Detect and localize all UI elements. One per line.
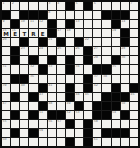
cell-r10c4[interactable] bbox=[29, 84, 37, 92]
cell-r3c15[interactable] bbox=[130, 20, 138, 28]
cell-r6c1[interactable] bbox=[2, 47, 10, 55]
cell-letter: E bbox=[11, 31, 19, 37]
black-cell-r12c13 bbox=[112, 102, 120, 110]
black-cell-r13c11 bbox=[93, 111, 101, 119]
cell-r1c3[interactable] bbox=[20, 2, 28, 10]
black-cell-r5c14 bbox=[121, 38, 129, 46]
cell-r9c7[interactable] bbox=[57, 75, 65, 83]
cell-r4c9[interactable] bbox=[75, 29, 83, 37]
cell-r3c7[interactable] bbox=[57, 20, 65, 28]
cell-r11c10[interactable]: 45 bbox=[84, 93, 92, 101]
cell-r3c5[interactable]: 12 bbox=[39, 20, 47, 28]
cell-r16c3[interactable] bbox=[20, 138, 28, 146]
clue-number: 23 bbox=[21, 47, 25, 51]
black-cell-r7c6 bbox=[48, 56, 56, 64]
cell-r16c14[interactable] bbox=[121, 138, 129, 146]
cell-r1c5[interactable] bbox=[39, 2, 47, 10]
cell-r4c13[interactable]: 19 bbox=[112, 29, 120, 37]
clue-number: 46 bbox=[130, 93, 134, 97]
cell-r1c6[interactable]: 3 bbox=[48, 2, 56, 10]
cell-r13c5[interactable]: 51 bbox=[39, 111, 47, 119]
cell-r14c7[interactable]: 57 bbox=[57, 120, 65, 128]
black-cell-r8c8 bbox=[66, 65, 74, 73]
cell-r16c5[interactable] bbox=[39, 138, 47, 146]
black-cell-r2c12 bbox=[102, 11, 110, 19]
black-cell-r1c8 bbox=[66, 2, 74, 10]
black-cell-r4c6 bbox=[48, 29, 56, 37]
black-cell-r5c9 bbox=[75, 38, 83, 46]
cell-r6c7[interactable]: 25 bbox=[57, 47, 65, 55]
cell-r6c3[interactable]: 23 bbox=[20, 47, 28, 55]
black-cell-r15c12 bbox=[102, 129, 110, 137]
cell-r9c9[interactable] bbox=[75, 75, 83, 83]
cell-r12c10[interactable] bbox=[84, 102, 92, 110]
black-cell-r7c2 bbox=[11, 56, 19, 64]
cell-r8c3[interactable] bbox=[20, 65, 28, 73]
clue-number: 56 bbox=[48, 120, 52, 124]
cell-r14c11[interactable]: 58 bbox=[93, 120, 101, 128]
cell-r5c10[interactable]: 22 bbox=[84, 38, 92, 46]
cell-r6c4[interactable] bbox=[29, 47, 37, 55]
cell-r7c12[interactable] bbox=[102, 56, 110, 64]
cell-r14c12[interactable] bbox=[102, 120, 110, 128]
black-cell-r6c10 bbox=[84, 47, 92, 55]
cell-r3c9[interactable]: 13 bbox=[75, 20, 83, 28]
clue-number: 30 bbox=[121, 56, 125, 60]
cell-r6c12[interactable] bbox=[102, 47, 110, 55]
cell-r12c15[interactable] bbox=[130, 102, 138, 110]
black-cell-r15c13 bbox=[112, 129, 120, 137]
cell-r10c2[interactable] bbox=[11, 84, 19, 92]
black-cell-r11c8 bbox=[66, 93, 74, 101]
cell-r8c6[interactable]: 33 bbox=[48, 65, 56, 73]
black-cell-r13c7 bbox=[57, 111, 65, 119]
cell-r1c15[interactable]: 7 bbox=[130, 2, 138, 10]
black-cell-r2c14 bbox=[121, 11, 129, 19]
cell-r13c1[interactable] bbox=[2, 111, 10, 119]
clue-number: 47 bbox=[3, 102, 7, 106]
cell-r2c9[interactable] bbox=[75, 11, 83, 19]
clue-number: 60 bbox=[3, 138, 7, 142]
clue-number: 7 bbox=[130, 2, 132, 6]
cell-r5c6[interactable]: 21 bbox=[48, 38, 56, 46]
clue-number: 58 bbox=[94, 120, 98, 124]
clue-number: 2 bbox=[12, 2, 14, 6]
cell-r13c15[interactable] bbox=[130, 111, 138, 119]
black-cell-r10c5 bbox=[39, 84, 47, 92]
black-cell-r13c4 bbox=[29, 111, 37, 119]
cell-r1c9[interactable]: 5 bbox=[75, 2, 83, 10]
black-cell-r5c5 bbox=[39, 38, 47, 46]
cell-r13c10[interactable] bbox=[84, 111, 92, 119]
clue-number: 10 bbox=[21, 20, 25, 24]
black-cell-r7c4 bbox=[29, 56, 37, 64]
cell-r12c3[interactable] bbox=[20, 102, 28, 110]
cell-r15c5[interactable]: 59 bbox=[39, 129, 47, 137]
black-cell-r10c15 bbox=[130, 84, 138, 92]
cell-r5c15[interactable] bbox=[130, 38, 138, 46]
cell-r10c11[interactable]: 42 bbox=[93, 84, 101, 92]
black-cell-r15c10 bbox=[84, 129, 92, 137]
cell-r6c15[interactable] bbox=[130, 47, 138, 55]
cell-r1c7[interactable]: 4 bbox=[57, 2, 65, 10]
cell-r2c15[interactable] bbox=[130, 11, 138, 19]
cell-r16c7[interactable] bbox=[57, 138, 65, 146]
cell-r1c2[interactable]: 2 bbox=[11, 2, 19, 10]
black-cell-r2c1 bbox=[2, 11, 10, 19]
cell-r7c9[interactable] bbox=[75, 56, 83, 64]
cell-r12c7[interactable] bbox=[57, 102, 65, 110]
cell-r3c10[interactable] bbox=[84, 20, 92, 28]
black-cell-r15c4 bbox=[29, 129, 37, 137]
cell-r8c14[interactable] bbox=[121, 65, 129, 73]
black-cell-r13c12 bbox=[102, 111, 110, 119]
cell-r15c15[interactable] bbox=[130, 129, 138, 137]
cell-r7c5[interactable] bbox=[39, 56, 47, 64]
cell-r10c12[interactable] bbox=[102, 84, 110, 92]
cell-r16c11[interactable]: 61 bbox=[93, 138, 101, 146]
clue-number: 41 bbox=[48, 84, 52, 88]
cell-r7c15[interactable] bbox=[130, 56, 138, 64]
cell-r4c10[interactable] bbox=[84, 29, 92, 37]
cell-r5c13[interactable] bbox=[112, 38, 120, 46]
cell-r12c14[interactable]: 50 bbox=[121, 102, 129, 110]
black-cell-r13c14 bbox=[121, 111, 129, 119]
clue-number: 51 bbox=[39, 111, 43, 115]
cell-r15c3[interactable] bbox=[20, 129, 28, 137]
cell-r2c11[interactable] bbox=[93, 11, 101, 19]
cell-r8c2[interactable] bbox=[11, 65, 19, 73]
clue-number: 38 bbox=[103, 75, 107, 79]
cell-r9c4[interactable]: 36 bbox=[29, 75, 37, 83]
black-cell-r14c10 bbox=[84, 120, 92, 128]
cell-r4c11[interactable] bbox=[93, 29, 101, 37]
cell-r14c9[interactable] bbox=[75, 120, 83, 128]
cell-r13c9[interactable]: 53 bbox=[75, 111, 83, 119]
clue-number: 3 bbox=[48, 2, 50, 6]
black-cell-r8c11 bbox=[93, 65, 101, 73]
cell-r2c10[interactable] bbox=[84, 11, 92, 19]
cell-r3c3[interactable]: 10 bbox=[20, 20, 28, 28]
cell-r12c4[interactable] bbox=[29, 102, 37, 110]
cell-r1c12[interactable] bbox=[102, 2, 110, 10]
cell-r7c3[interactable] bbox=[20, 56, 28, 64]
clue-number: 9 bbox=[3, 20, 5, 24]
cell-r3c1[interactable]: 9 bbox=[2, 20, 10, 28]
black-cell-r10c8 bbox=[66, 84, 74, 92]
cell-r5c8[interactable] bbox=[66, 38, 74, 46]
cell-letter: M bbox=[2, 31, 10, 37]
clue-number: 45 bbox=[85, 93, 89, 97]
cell-r4c1[interactable]: 15M bbox=[2, 29, 10, 37]
black-cell-r15c2 bbox=[11, 129, 19, 137]
clue-number: 35 bbox=[112, 65, 116, 69]
clue-number: 52 bbox=[66, 111, 70, 115]
clue-number: 25 bbox=[57, 47, 61, 51]
clue-number: 33 bbox=[48, 65, 52, 69]
black-cell-r5c3 bbox=[20, 38, 28, 46]
clue-number: 36 bbox=[30, 75, 34, 79]
black-cell-r16c10 bbox=[84, 138, 92, 146]
black-cell-r11c13 bbox=[112, 93, 120, 101]
cell-r7c11[interactable]: 29 bbox=[93, 56, 101, 64]
cell-r6c9[interactable]: 26 bbox=[75, 47, 83, 55]
clue-number: 19 bbox=[112, 29, 116, 33]
cell-r9c13[interactable] bbox=[112, 75, 120, 83]
cell-r2c8[interactable] bbox=[66, 11, 74, 19]
cell-r16c13[interactable] bbox=[112, 138, 120, 146]
black-cell-r16c8 bbox=[66, 138, 74, 146]
clue-number: 61 bbox=[94, 138, 98, 142]
black-cell-r13c2 bbox=[11, 111, 19, 119]
black-cell-r6c2 bbox=[11, 47, 19, 55]
cell-letter: E bbox=[39, 31, 47, 37]
cell-r8c9[interactable]: 34 bbox=[75, 65, 83, 73]
cell-r3c4[interactable]: 11 bbox=[29, 20, 37, 28]
black-cell-r3c6 bbox=[48, 20, 56, 28]
clue-number: 34 bbox=[76, 65, 80, 69]
clue-number: 8 bbox=[48, 11, 50, 15]
cell-r8c4[interactable]: 32 bbox=[29, 65, 37, 73]
cell-r6c11[interactable]: 27 bbox=[93, 47, 101, 55]
cell-r9c1[interactable] bbox=[2, 75, 10, 83]
clue-number: 13 bbox=[76, 20, 80, 24]
cell-r4c8[interactable]: 18 bbox=[66, 29, 74, 37]
clue-number: 22 bbox=[85, 38, 89, 42]
cell-r10c14[interactable] bbox=[121, 84, 129, 92]
black-cell-r9c3 bbox=[20, 75, 28, 83]
black-cell-r2c4 bbox=[29, 11, 37, 19]
clue-number: 20 bbox=[3, 38, 7, 42]
cell-r10c3[interactable]: 40 bbox=[20, 84, 28, 92]
cell-r14c15[interactable] bbox=[130, 120, 138, 128]
clue-number: 42 bbox=[94, 84, 98, 88]
clue-number: 6 bbox=[94, 2, 96, 6]
cell-r4c5[interactable]: E bbox=[39, 29, 47, 37]
cell-r15c8[interactable] bbox=[66, 129, 74, 137]
clue-number: 40 bbox=[21, 84, 25, 88]
cell-r16c4[interactable] bbox=[29, 138, 37, 146]
black-cell-r3c8 bbox=[66, 20, 74, 28]
clue-number: 32 bbox=[30, 65, 34, 69]
cell-r4c12[interactable] bbox=[102, 29, 110, 37]
black-cell-r13c6 bbox=[48, 111, 56, 119]
clue-number: 1 bbox=[3, 2, 5, 6]
cell-r16c12[interactable] bbox=[102, 138, 110, 146]
black-cell-r4c14 bbox=[121, 29, 129, 37]
cell-r13c13[interactable]: 54 bbox=[112, 111, 120, 119]
clue-number: 5 bbox=[76, 2, 78, 6]
cell-r10c7[interactable] bbox=[57, 84, 65, 92]
cell-r12c8[interactable]: 49 bbox=[66, 102, 74, 110]
cell-r9c11[interactable]: 37 bbox=[93, 75, 101, 83]
cell-r4c7[interactable]: 17 bbox=[57, 29, 65, 37]
cell-r11c6[interactable] bbox=[48, 93, 56, 101]
cell-r9c15[interactable] bbox=[130, 75, 138, 83]
cell-r16c1[interactable]: 60 bbox=[2, 138, 10, 146]
cell-letter: R bbox=[29, 31, 37, 37]
clue-number: 29 bbox=[94, 56, 98, 60]
clue-number: 4 bbox=[57, 2, 59, 6]
cell-r3c14[interactable]: 14 bbox=[121, 20, 129, 28]
cell-r11c9[interactable]: 44 bbox=[75, 93, 83, 101]
clue-number: 57 bbox=[57, 120, 61, 124]
cell-r13c3[interactable] bbox=[20, 111, 28, 119]
cell-letter: T bbox=[20, 31, 28, 37]
cell-r5c12[interactable] bbox=[102, 38, 110, 46]
cell-r15c7[interactable] bbox=[57, 129, 65, 137]
clue-number: 27 bbox=[94, 47, 98, 51]
cell-r6c6[interactable] bbox=[48, 47, 56, 55]
cell-r1c1[interactable]: 1 bbox=[2, 2, 10, 10]
black-cell-r3c13 bbox=[112, 20, 120, 28]
black-cell-r7c10 bbox=[84, 56, 92, 64]
cell-r14c2[interactable] bbox=[11, 120, 19, 128]
cell-r11c7[interactable] bbox=[57, 93, 65, 101]
cell-r2c6[interactable]: 8 bbox=[48, 11, 56, 19]
cell-r16c9[interactable] bbox=[75, 138, 83, 146]
cell-r10c6[interactable]: 41 bbox=[48, 84, 56, 92]
cell-r1c11[interactable]: 6 bbox=[93, 2, 101, 10]
cell-r14c14[interactable] bbox=[121, 120, 129, 128]
black-cell-r8c12 bbox=[102, 65, 110, 73]
cell-r1c14[interactable] bbox=[121, 2, 129, 10]
black-cell-r3c2 bbox=[11, 20, 19, 28]
cell-r4c2[interactable]: 16E bbox=[11, 29, 19, 37]
black-cell-r1c10 bbox=[84, 2, 92, 10]
cell-r14c5[interactable] bbox=[39, 120, 47, 128]
cell-r15c9[interactable] bbox=[75, 129, 83, 137]
cell-r12c6[interactable]: 48 bbox=[48, 102, 56, 110]
cell-r8c13[interactable]: 35 bbox=[112, 65, 120, 73]
cell-r8c10[interactable] bbox=[84, 65, 92, 73]
black-cell-r11c14 bbox=[121, 93, 129, 101]
clue-number: 44 bbox=[76, 93, 80, 97]
cell-r5c1[interactable]: 20 bbox=[2, 38, 10, 46]
black-cell-r8c5 bbox=[39, 65, 47, 73]
clue-number: 48 bbox=[48, 102, 52, 106]
cell-r3c11[interactable] bbox=[93, 20, 101, 28]
cell-r16c2[interactable] bbox=[11, 138, 19, 146]
clue-number: 28 bbox=[121, 47, 125, 51]
black-cell-r5c7 bbox=[57, 38, 65, 46]
cell-r15c1[interactable] bbox=[2, 129, 10, 137]
black-cell-r7c13 bbox=[112, 56, 120, 64]
cell-r13c8[interactable]: 52 bbox=[66, 111, 74, 119]
clue-number: 43 bbox=[39, 93, 43, 97]
cell-r11c5[interactable]: 43 bbox=[39, 93, 47, 101]
cell-r7c7[interactable] bbox=[57, 56, 65, 64]
cell-r2c7[interactable] bbox=[57, 11, 65, 19]
clue-number: 14 bbox=[121, 20, 125, 24]
black-cell-r9c2 bbox=[11, 75, 19, 83]
cell-r9c6[interactable] bbox=[48, 75, 56, 83]
cell-r16c15[interactable] bbox=[130, 138, 138, 146]
cell-r14c4[interactable] bbox=[29, 120, 37, 128]
cell-r9c8[interactable] bbox=[66, 75, 74, 83]
cell-r7c1[interactable] bbox=[2, 56, 10, 64]
cell-r11c11[interactable] bbox=[93, 93, 101, 101]
black-cell-r2c3 bbox=[20, 11, 28, 19]
clue-number: 37 bbox=[94, 75, 98, 79]
cell-r9c14[interactable] bbox=[121, 75, 129, 83]
cell-r12c1[interactable]: 47 bbox=[2, 102, 10, 110]
cell-r15c11[interactable] bbox=[93, 129, 101, 137]
cell-r16c6[interactable] bbox=[48, 138, 56, 146]
cell-r4c4[interactable]: R bbox=[29, 29, 37, 37]
cell-r9c12[interactable]: 38 bbox=[102, 75, 110, 83]
clue-number: 26 bbox=[76, 47, 80, 51]
cell-r8c15[interactable] bbox=[130, 65, 138, 73]
black-cell-r11c12 bbox=[102, 93, 110, 101]
cell-r1c13[interactable] bbox=[112, 2, 120, 10]
cell-r6c14[interactable]: 28 bbox=[121, 47, 129, 55]
cell-r15c6[interactable] bbox=[48, 129, 56, 137]
black-cell-r2c5 bbox=[39, 11, 47, 19]
clue-number: 12 bbox=[39, 20, 43, 24]
cell-r9c5[interactable] bbox=[39, 75, 47, 83]
cell-r8c1[interactable]: 31 bbox=[2, 65, 10, 73]
black-cell-r14c8 bbox=[66, 120, 74, 128]
cell-r12c2[interactable] bbox=[11, 102, 19, 110]
black-cell-r7c8 bbox=[66, 56, 74, 64]
clue-number: 54 bbox=[112, 111, 116, 115]
cell-r14c1[interactable]: 55 bbox=[2, 120, 10, 128]
cell-r5c4[interactable] bbox=[29, 38, 37, 46]
cell-r14c6[interactable]: 56 bbox=[48, 120, 56, 128]
cell-r10c1[interactable]: 39 bbox=[2, 84, 10, 92]
clue-number: 39 bbox=[3, 84, 7, 88]
crossword-grid: 123456789101112131415M16ETRE171819202122… bbox=[0, 0, 140, 148]
black-cell-r10c10 bbox=[84, 84, 92, 92]
black-cell-r15c14 bbox=[121, 129, 129, 137]
clue-number: 49 bbox=[66, 102, 70, 106]
cell-r6c5[interactable]: 24 bbox=[39, 47, 47, 55]
cell-r14c3[interactable] bbox=[20, 120, 28, 128]
clue-number: 17 bbox=[57, 29, 61, 33]
cell-r11c15[interactable]: 46 bbox=[130, 93, 138, 101]
cell-r3c12[interactable] bbox=[102, 20, 110, 28]
cell-r1c4[interactable] bbox=[29, 2, 37, 10]
black-cell-r12c12 bbox=[102, 102, 110, 110]
cell-r8c7[interactable] bbox=[57, 65, 65, 73]
clue-number: 55 bbox=[3, 120, 7, 124]
cell-r4c3[interactable]: T bbox=[20, 29, 28, 37]
black-cell-r11c2 bbox=[11, 93, 19, 101]
cell-r5c11[interactable] bbox=[93, 38, 101, 46]
cell-r14c13[interactable] bbox=[112, 120, 120, 128]
clue-number: 50 bbox=[121, 102, 125, 106]
cell-r11c1[interactable] bbox=[2, 93, 10, 101]
cell-r5c2[interactable] bbox=[11, 38, 19, 46]
cell-r4c15[interactable] bbox=[130, 29, 138, 37]
cell-r6c8[interactable] bbox=[66, 47, 74, 55]
cell-r2c2[interactable] bbox=[11, 11, 19, 19]
black-cell-r12c11 bbox=[93, 102, 101, 110]
cell-r6c13[interactable] bbox=[112, 47, 120, 55]
clue-number: 31 bbox=[3, 65, 7, 69]
clue-number: 53 bbox=[76, 111, 80, 115]
clue-number: 18 bbox=[66, 29, 70, 33]
cell-r7c14[interactable]: 30 bbox=[121, 56, 129, 64]
clue-number: 11 bbox=[30, 20, 34, 24]
black-cell-r12c9 bbox=[75, 102, 83, 110]
black-cell-r9c10 bbox=[84, 75, 92, 83]
clue-number: 59 bbox=[39, 129, 43, 133]
cell-r11c3[interactable] bbox=[20, 93, 28, 101]
black-cell-r12c5 bbox=[39, 102, 47, 110]
cell-r10c9[interactable] bbox=[75, 84, 83, 92]
